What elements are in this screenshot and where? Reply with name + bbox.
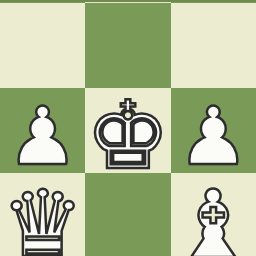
white-queen-icon[interactable]: ♛ xyxy=(1,179,83,256)
white-pawn-icon[interactable]: ♟ xyxy=(7,97,79,177)
square-h2[interactable]: ♟ xyxy=(171,88,256,173)
square-g2[interactable]: ♚ xyxy=(85,88,170,173)
white-pawn-icon[interactable]: ♟ xyxy=(177,97,249,177)
square-h3[interactable] xyxy=(171,3,256,88)
square-f1[interactable]: ♛ xyxy=(0,173,85,256)
chess-board: ♟ ♚ ♟ ♛ ♝ xyxy=(0,0,256,256)
white-bishop-icon[interactable]: ♝ xyxy=(171,178,255,256)
square-g1[interactable] xyxy=(85,173,170,256)
square-g3[interactable] xyxy=(85,3,170,88)
square-f2[interactable]: ♟ xyxy=(0,88,85,173)
square-h1[interactable]: ♝ xyxy=(171,173,256,256)
white-king-icon[interactable]: ♚ xyxy=(86,89,170,183)
square-f3[interactable] xyxy=(0,3,85,88)
